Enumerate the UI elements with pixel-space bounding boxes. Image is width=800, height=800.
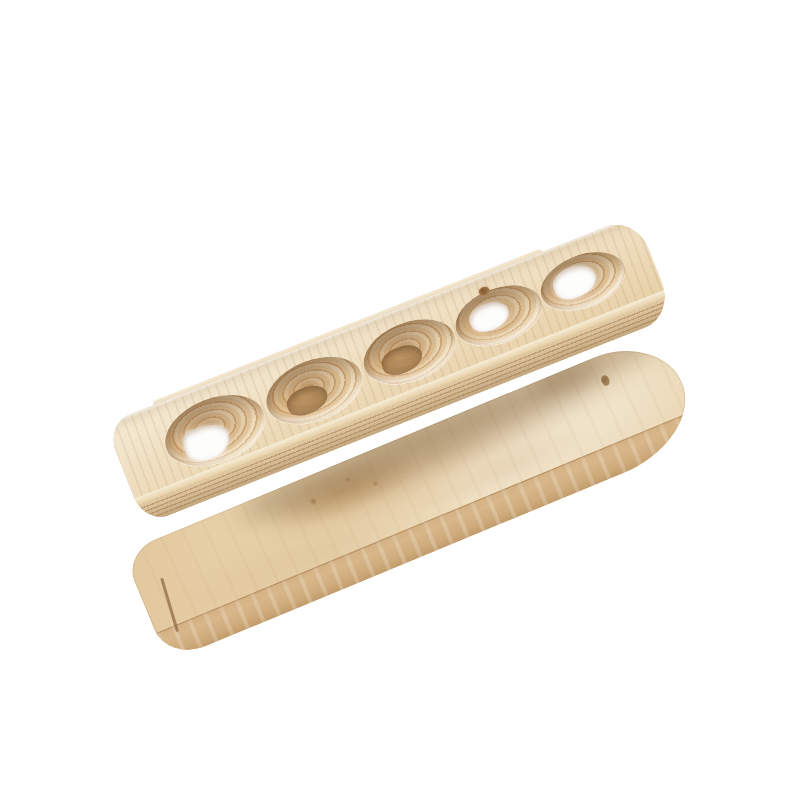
pit-3-through-hole [378, 340, 427, 380]
pit-4-through-hole [466, 297, 513, 336]
product-photo-scene [0, 0, 800, 800]
pit-5-through-hole [548, 260, 600, 304]
pit-1-through-hole [179, 418, 234, 466]
pit-2-through-hole [283, 381, 332, 421]
